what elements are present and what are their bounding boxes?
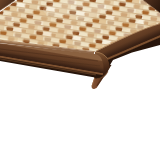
bed-photo-illustration — [0, 0, 160, 160]
bed-product-photo: Walnut platform bed frame corner with wo… — [0, 0, 160, 160]
